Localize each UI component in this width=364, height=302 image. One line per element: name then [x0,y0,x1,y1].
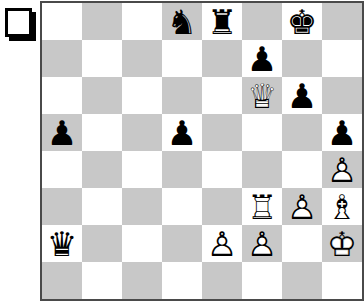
square-b1[interactable] [82,262,122,299]
square-f5[interactable] [242,114,282,151]
square-e7[interactable] [202,40,242,77]
square-c7[interactable] [122,40,162,77]
square-e4[interactable] [202,151,242,188]
square-b3[interactable] [82,188,122,225]
square-b4[interactable] [82,151,122,188]
square-g6[interactable]: ♟ [282,77,322,114]
white-rook: ♜♖ [242,188,282,225]
square-d2[interactable] [162,225,202,262]
square-a1[interactable] [42,262,82,299]
black-queen: ♛ [42,225,82,262]
square-g2[interactable] [282,225,322,262]
white-pawn: ♟♙ [242,225,282,262]
square-a6[interactable] [42,77,82,114]
white-queen: ♛♕ [242,77,282,114]
square-a7[interactable] [42,40,82,77]
square-d1[interactable] [162,262,202,299]
square-a4[interactable] [42,151,82,188]
black-pawn: ♟ [322,114,362,151]
chess-diagram: ♞♜♚♟♛♕♟♟♟♟♟♙♜♖♟♙♝♗♛♟♙♟♙♚♔ [0,0,364,302]
square-c6[interactable] [122,77,162,114]
square-d6[interactable] [162,77,202,114]
square-d5[interactable]: ♟ [162,114,202,151]
square-e2[interactable]: ♟♙ [202,225,242,262]
square-c1[interactable] [122,262,162,299]
square-b8[interactable] [82,3,122,40]
square-c3[interactable] [122,188,162,225]
black-pawn: ♟ [162,114,202,151]
square-d7[interactable] [162,40,202,77]
black-king: ♚ [282,3,322,40]
square-e8[interactable]: ♜ [202,3,242,40]
white-pawn: ♟♙ [282,188,322,225]
white-king: ♚♔ [322,225,362,262]
square-a3[interactable] [42,188,82,225]
square-h7[interactable] [322,40,362,77]
square-f3[interactable]: ♜♖ [242,188,282,225]
black-rook: ♜ [202,3,242,40]
square-h4[interactable]: ♟♙ [322,151,362,188]
square-f4[interactable] [242,151,282,188]
square-g5[interactable] [282,114,322,151]
square-f6[interactable]: ♛♕ [242,77,282,114]
square-e6[interactable] [202,77,242,114]
square-f2[interactable]: ♟♙ [242,225,282,262]
square-h2[interactable]: ♚♔ [322,225,362,262]
square-c4[interactable] [122,151,162,188]
square-g8[interactable]: ♚ [282,3,322,40]
square-h3[interactable]: ♝♗ [322,188,362,225]
square-d3[interactable] [162,188,202,225]
black-knight: ♞ [162,3,202,40]
white-pawn: ♟♙ [202,225,242,262]
square-h8[interactable] [322,3,362,40]
square-g7[interactable] [282,40,322,77]
black-pawn: ♟ [242,40,282,77]
square-h6[interactable] [322,77,362,114]
square-g3[interactable]: ♟♙ [282,188,322,225]
square-f8[interactable] [242,3,282,40]
white-bishop: ♝♗ [322,188,362,225]
square-a5[interactable]: ♟ [42,114,82,151]
square-f1[interactable] [242,262,282,299]
square-e3[interactable] [202,188,242,225]
chess-board: ♞♜♚♟♛♕♟♟♟♟♟♙♜♖♟♙♝♗♛♟♙♟♙♚♔ [40,1,364,301]
square-e5[interactable] [202,114,242,151]
square-h5[interactable]: ♟ [322,114,362,151]
white-pawn: ♟♙ [322,151,362,188]
square-a8[interactable] [42,3,82,40]
square-g4[interactable] [282,151,322,188]
square-g1[interactable] [282,262,322,299]
square-e1[interactable] [202,262,242,299]
square-d4[interactable] [162,151,202,188]
square-b5[interactable] [82,114,122,151]
black-pawn: ♟ [42,114,82,151]
white-to-move-icon [5,8,32,37]
square-b2[interactable] [82,225,122,262]
square-b6[interactable] [82,77,122,114]
square-b7[interactable] [82,40,122,77]
square-c2[interactable] [122,225,162,262]
square-h1[interactable] [322,262,362,299]
square-c5[interactable] [122,114,162,151]
square-d8[interactable]: ♞ [162,3,202,40]
square-a2[interactable]: ♛ [42,225,82,262]
square-c8[interactable] [122,3,162,40]
square-f7[interactable]: ♟ [242,40,282,77]
black-pawn: ♟ [282,77,322,114]
